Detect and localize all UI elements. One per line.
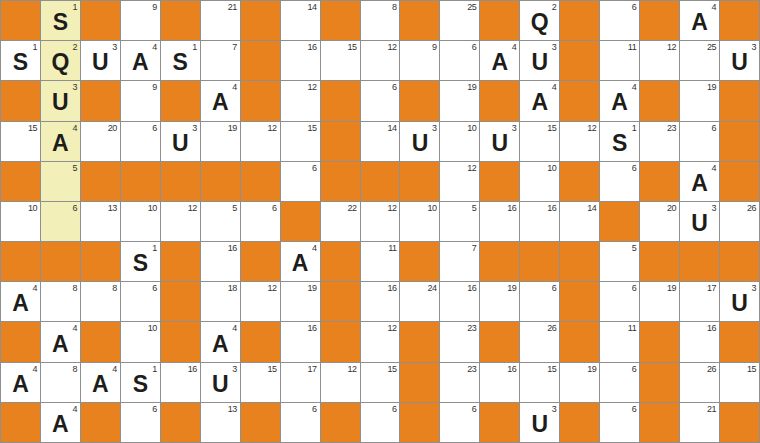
- cell-number: 19: [467, 82, 476, 92]
- cell-number: 13: [108, 203, 117, 213]
- cell-letter: U: [680, 206, 719, 241]
- cell-r2c11[interactable]: 9: [400, 41, 439, 80]
- cell-r6c8: [281, 202, 320, 241]
- cell-r10c7[interactable]: 15: [241, 363, 280, 402]
- cell-letter: A: [480, 45, 519, 80]
- cell-number: 23: [667, 123, 676, 133]
- cell-r1c10[interactable]: 8: [361, 1, 400, 40]
- cell-r2c10[interactable]: 12: [361, 41, 400, 80]
- cell-r5c15: [560, 162, 599, 201]
- cell-r9c8[interactable]: 16: [281, 322, 320, 361]
- cell-number: 16: [308, 323, 317, 333]
- cell-r4c17[interactable]: 23: [640, 122, 679, 161]
- cell-r5c7: [241, 162, 280, 201]
- cell-r2c9[interactable]: 15: [321, 41, 360, 80]
- cell-r10c13[interactable]: 16: [480, 363, 519, 402]
- cell-r8c16[interactable]: 6: [600, 282, 639, 321]
- cell-number: 15: [308, 123, 317, 133]
- cell-r9c4[interactable]: 10: [121, 322, 160, 361]
- cell-r10c4[interactable]: 1S: [121, 363, 160, 402]
- cell-number: 6: [632, 2, 637, 12]
- cell-r2c16[interactable]: 11: [600, 41, 639, 80]
- cell-r8c18[interactable]: 17: [680, 282, 719, 321]
- cell-number: 26: [707, 364, 716, 374]
- cell-number: 12: [667, 42, 676, 52]
- cell-number: 11: [388, 243, 396, 253]
- cell-r9c6[interactable]: 4A: [201, 322, 240, 361]
- cell-r4c10[interactable]: 14: [361, 122, 400, 161]
- cell-number: 11: [628, 42, 636, 52]
- cell-number: 7: [232, 42, 237, 52]
- cell-r9c5: [161, 322, 200, 361]
- cell-r1c13: [480, 1, 519, 40]
- cell-number: 14: [308, 2, 317, 12]
- cell-r8c4[interactable]: 6: [121, 282, 160, 321]
- cell-number: 23: [467, 364, 476, 374]
- cell-r11c3: [81, 403, 120, 442]
- cell-r9c16[interactable]: 11: [600, 322, 639, 361]
- cell-r4c19: [720, 122, 759, 161]
- cell-r2c7: [241, 41, 280, 80]
- cell-r8c17[interactable]: 19: [640, 282, 679, 321]
- cell-r11c15: [560, 403, 599, 442]
- cell-r1c4[interactable]: 9: [121, 1, 160, 40]
- cell-r11c14[interactable]: 3U: [520, 403, 559, 442]
- cell-r5c5: [161, 162, 200, 201]
- cell-r9c18[interactable]: 16: [680, 322, 719, 361]
- cell-r1c17: [640, 1, 679, 40]
- cell-letter: A: [201, 85, 240, 120]
- cell-number: 9: [152, 2, 157, 12]
- cell-r11c16[interactable]: 6: [600, 403, 639, 442]
- cell-number: 8: [72, 364, 77, 374]
- cell-r11c18[interactable]: 21: [680, 403, 719, 442]
- cell-number: 8: [72, 283, 77, 293]
- cell-r5c13: [480, 162, 519, 201]
- cell-r11c19: [720, 403, 759, 442]
- cell-r3c18[interactable]: 19: [680, 81, 719, 120]
- cell-number: 21: [707, 404, 716, 414]
- cell-r6c19[interactable]: 26: [720, 202, 759, 241]
- cell-r9c17: [640, 322, 679, 361]
- cell-r2c18[interactable]: 25: [680, 41, 719, 80]
- cell-number: 19: [308, 283, 317, 293]
- cell-letter: U: [400, 126, 439, 161]
- cell-r5c8[interactable]: 6: [281, 162, 320, 201]
- cell-r6c7[interactable]: 6: [241, 202, 280, 241]
- cell-r7c15: [560, 242, 599, 281]
- cell-r2c14[interactable]: 3U: [520, 41, 559, 80]
- cell-r9c11: [400, 322, 439, 361]
- cell-r8c12[interactable]: 16: [440, 282, 479, 321]
- cell-r8c6[interactable]: 18: [201, 282, 240, 321]
- cell-r10c3[interactable]: 4A: [81, 363, 120, 402]
- cell-r4c9: [321, 122, 360, 161]
- cell-number: 9: [152, 82, 157, 92]
- cell-r7c11: [400, 242, 439, 281]
- cell-letter: A: [600, 85, 639, 120]
- cell-r6c12[interactable]: 5: [440, 202, 479, 241]
- cell-r9c14[interactable]: 26: [520, 322, 559, 361]
- cell-r10c18[interactable]: 26: [680, 363, 719, 402]
- cell-letter: S: [600, 126, 639, 161]
- cell-number: 6: [632, 404, 637, 414]
- cell-r5c10: [361, 162, 400, 201]
- codeword-board: 1S921148252Q64A1S2Q3U4A1S7161512964A3U11…: [0, 0, 760, 443]
- cell-letter: U: [201, 367, 240, 402]
- cell-r6c18[interactable]: 3U: [680, 202, 719, 241]
- cell-r6c14[interactable]: 16: [520, 202, 559, 241]
- cell-r6c15[interactable]: 14: [560, 202, 599, 241]
- cell-r2c1[interactable]: 1S: [1, 41, 40, 80]
- cell-r2c2[interactable]: 2Q: [41, 41, 80, 80]
- cell-r7c6[interactable]: 16: [201, 242, 240, 281]
- cell-number: 15: [747, 364, 756, 374]
- cell-r3c1: [1, 81, 40, 120]
- cell-r2c6[interactable]: 7: [201, 41, 240, 80]
- cell-r10c15[interactable]: 19: [560, 363, 599, 402]
- cell-r7c10[interactable]: 11: [361, 242, 400, 281]
- cell-r4c7[interactable]: 12: [241, 122, 280, 161]
- cell-r4c1[interactable]: 15: [1, 122, 40, 161]
- cell-r7c13: [480, 242, 519, 281]
- cell-number: 15: [387, 364, 396, 374]
- cell-r4c14[interactable]: 15: [520, 122, 559, 161]
- cell-number: 19: [228, 123, 237, 133]
- cell-number: 6: [632, 163, 637, 173]
- cell-r10c19[interactable]: 15: [720, 363, 759, 402]
- cell-r9c3: [81, 322, 120, 361]
- cell-r3c8[interactable]: 12: [281, 81, 320, 120]
- cell-r4c15[interactable]: 12: [560, 122, 599, 161]
- cell-r10c6[interactable]: 3U: [201, 363, 240, 402]
- cell-r1c16[interactable]: 6: [600, 1, 639, 40]
- cell-r6c10[interactable]: 12: [361, 202, 400, 241]
- cell-letter: Q: [41, 45, 80, 80]
- cell-letter: A: [41, 126, 80, 161]
- cell-r11c11: [400, 403, 439, 442]
- cell-r1c14[interactable]: 2Q: [520, 1, 559, 40]
- cell-letter: S: [121, 367, 160, 402]
- cell-number: 13: [228, 404, 237, 414]
- cell-r5c16[interactable]: 6: [600, 162, 639, 201]
- cell-r4c18[interactable]: 6: [680, 122, 719, 161]
- cell-r1c19: [720, 1, 759, 40]
- cell-r4c5[interactable]: 3U: [161, 122, 200, 161]
- cell-letter: U: [161, 126, 200, 161]
- cell-r3c3: [81, 81, 120, 120]
- cell-r6c17[interactable]: 20: [640, 202, 679, 241]
- cell-r1c9: [321, 1, 360, 40]
- cell-r3c11: [400, 81, 439, 120]
- cell-r6c4[interactable]: 10: [121, 202, 160, 241]
- cell-letter: A: [680, 166, 719, 201]
- cell-r8c19[interactable]: 3U: [720, 282, 759, 321]
- cell-r11c2[interactable]: 4A: [41, 403, 80, 442]
- cell-number: 6: [392, 82, 397, 92]
- cell-r9c13: [480, 322, 519, 361]
- cell-number: 10: [547, 163, 556, 173]
- cell-r5c1: [1, 162, 40, 201]
- cell-r4c2[interactable]: 4A: [41, 122, 80, 161]
- cell-r3c13: [480, 81, 519, 120]
- cell-number: 5: [632, 243, 637, 253]
- cell-number: 20: [108, 123, 117, 133]
- cell-r7c5: [161, 242, 200, 281]
- cell-r10c1[interactable]: 4A: [1, 363, 40, 402]
- cell-r4c3[interactable]: 20: [81, 122, 120, 161]
- cell-number: 19: [667, 283, 676, 293]
- cell-number: 10: [148, 323, 157, 333]
- cell-r11c13: [480, 403, 519, 442]
- cell-r5c2[interactable]: 5: [41, 162, 80, 201]
- cell-letter: U: [41, 85, 80, 120]
- cell-r3c12[interactable]: 19: [440, 81, 479, 120]
- cell-r2c17[interactable]: 12: [640, 41, 679, 80]
- cell-r2c4[interactable]: 4A: [121, 41, 160, 80]
- cell-number: 16: [547, 203, 556, 213]
- cell-r3c2[interactable]: 3U: [41, 81, 80, 120]
- cell-r8c10[interactable]: 16: [361, 282, 400, 321]
- cell-r8c11[interactable]: 24: [400, 282, 439, 321]
- cell-r5c3: [81, 162, 120, 201]
- cell-r4c6[interactable]: 19: [201, 122, 240, 161]
- cell-r7c9: [321, 242, 360, 281]
- cell-number: 21: [228, 2, 237, 12]
- cell-number: 12: [387, 323, 396, 333]
- cell-r6c6[interactable]: 5: [201, 202, 240, 241]
- cell-r10c16[interactable]: 6: [600, 363, 639, 402]
- cell-letter: U: [720, 45, 759, 80]
- cell-r10c2[interactable]: 8: [41, 363, 80, 402]
- cell-r2c15: [560, 41, 599, 80]
- cell-number: 6: [632, 283, 637, 293]
- cell-number: 17: [707, 283, 716, 293]
- cell-number: 18: [228, 283, 237, 293]
- cell-letter: S: [121, 246, 160, 281]
- cell-r8c7[interactable]: 12: [241, 282, 280, 321]
- cell-r2c13[interactable]: 4A: [480, 41, 519, 80]
- cell-r9c1: [1, 322, 40, 361]
- cell-r7c19: [720, 242, 759, 281]
- cell-number: 15: [268, 364, 277, 374]
- cell-r1c2[interactable]: 1S: [41, 1, 80, 40]
- cell-number: 7: [472, 243, 477, 253]
- cell-r10c8[interactable]: 17: [281, 363, 320, 402]
- cell-r10c14[interactable]: 15: [520, 363, 559, 402]
- cell-number: 6: [472, 42, 477, 52]
- cell-letter: S: [41, 5, 80, 40]
- cell-r4c8[interactable]: 15: [281, 122, 320, 161]
- cell-r9c12[interactable]: 23: [440, 322, 479, 361]
- cell-number: 6: [312, 404, 317, 414]
- cell-r2c5[interactable]: 1S: [161, 41, 200, 80]
- cell-r8c3[interactable]: 8: [81, 282, 120, 321]
- cell-r11c4[interactable]: 6: [121, 403, 160, 442]
- cell-number: 26: [747, 203, 756, 213]
- cell-r7c4[interactable]: 1S: [121, 242, 160, 281]
- cell-r1c8[interactable]: 14: [281, 1, 320, 40]
- cell-r11c10[interactable]: 6: [361, 403, 400, 442]
- cell-r11c8[interactable]: 6: [281, 403, 320, 442]
- cell-r7c14: [520, 242, 559, 281]
- cell-r5c9: [321, 162, 360, 201]
- cell-number: 20: [667, 203, 676, 213]
- cell-r7c8[interactable]: 4A: [281, 242, 320, 281]
- cell-r8c14[interactable]: 6: [520, 282, 559, 321]
- cell-r11c12[interactable]: 6: [440, 403, 479, 442]
- cell-r11c5: [161, 403, 200, 442]
- cell-number: 16: [507, 364, 516, 374]
- cell-r11c9: [321, 403, 360, 442]
- cell-r5c6: [201, 162, 240, 201]
- cell-number: 6: [152, 283, 157, 293]
- cell-number: 6: [632, 364, 637, 374]
- cell-r3c9: [321, 81, 360, 120]
- cell-r5c14[interactable]: 10: [520, 162, 559, 201]
- cell-r7c12[interactable]: 7: [440, 242, 479, 281]
- cell-number: 24: [427, 283, 436, 293]
- cell-r1c11: [400, 1, 439, 40]
- cell-number: 17: [308, 364, 317, 374]
- cell-r4c12[interactable]: 10: [440, 122, 479, 161]
- cell-number: 9: [432, 42, 437, 52]
- cell-r4c4[interactable]: 6: [121, 122, 160, 161]
- cell-r3c7: [241, 81, 280, 120]
- cell-r8c9: [321, 282, 360, 321]
- cell-letter: A: [41, 326, 80, 361]
- cell-r4c13[interactable]: 3U: [480, 122, 519, 161]
- cell-letter: A: [281, 246, 320, 281]
- cell-number: 16: [387, 283, 396, 293]
- cell-number: 19: [507, 283, 516, 293]
- cell-r2c3[interactable]: 3U: [81, 41, 120, 80]
- cell-r2c8[interactable]: 16: [281, 41, 320, 80]
- cell-r6c5[interactable]: 12: [161, 202, 200, 241]
- cell-number: 12: [268, 283, 277, 293]
- cell-number: 6: [152, 404, 157, 414]
- cell-letter: S: [1, 45, 40, 80]
- cell-r10c10[interactable]: 15: [361, 363, 400, 402]
- cell-number: 8: [112, 283, 117, 293]
- cell-number: 25: [707, 42, 716, 52]
- cell-r9c9: [321, 322, 360, 361]
- cell-r10c5[interactable]: 16: [161, 363, 200, 402]
- cell-r10c9[interactable]: 12: [321, 363, 360, 402]
- cell-r1c3: [81, 1, 120, 40]
- cell-r8c2[interactable]: 8: [41, 282, 80, 321]
- cell-r6c13[interactable]: 16: [480, 202, 519, 241]
- cell-number: 14: [387, 123, 396, 133]
- cell-r7c7: [241, 242, 280, 281]
- cell-r2c19[interactable]: 3U: [720, 41, 759, 80]
- cell-number: 14: [587, 203, 596, 213]
- cell-r5c18[interactable]: 4A: [680, 162, 719, 201]
- cell-r3c4[interactable]: 9: [121, 81, 160, 120]
- cell-r11c6[interactable]: 13: [201, 403, 240, 442]
- cell-number: 15: [28, 123, 37, 133]
- cell-number: 11: [628, 323, 636, 333]
- cell-r11c1: [1, 403, 40, 442]
- cell-number: 15: [547, 123, 556, 133]
- cell-r7c16[interactable]: 5: [600, 242, 639, 281]
- cell-number: 10: [148, 203, 157, 213]
- cell-r8c8[interactable]: 19: [281, 282, 320, 321]
- cell-number: 16: [707, 323, 716, 333]
- cell-letter: A: [41, 407, 80, 442]
- cell-r1c12[interactable]: 25: [440, 1, 479, 40]
- cell-number: 16: [507, 203, 516, 213]
- cell-r3c6[interactable]: 4A: [201, 81, 240, 120]
- cell-number: 16: [308, 42, 317, 52]
- cell-r8c1[interactable]: 4A: [1, 282, 40, 321]
- cell-r7c1: [1, 242, 40, 281]
- cell-r3c5: [161, 81, 200, 120]
- cell-number: 16: [228, 243, 237, 253]
- cell-letter: A: [680, 5, 719, 40]
- cell-number: 10: [28, 203, 37, 213]
- cell-number: 12: [387, 203, 396, 213]
- cell-r8c13[interactable]: 19: [480, 282, 519, 321]
- cell-letter: A: [1, 286, 40, 321]
- cell-r1c6[interactable]: 21: [201, 1, 240, 40]
- cell-letter: A: [520, 85, 559, 120]
- cell-r5c4: [121, 162, 160, 201]
- cell-r9c7: [241, 322, 280, 361]
- cell-number: 5: [72, 163, 77, 173]
- cell-r10c12[interactable]: 23: [440, 363, 479, 402]
- cell-r7c17: [640, 242, 679, 281]
- cell-number: 15: [547, 364, 556, 374]
- cell-r6c9[interactable]: 22: [321, 202, 360, 241]
- cell-r1c18[interactable]: 4A: [680, 1, 719, 40]
- cell-number: 12: [268, 123, 277, 133]
- cell-r3c15: [560, 81, 599, 120]
- cell-letter: Q: [520, 5, 559, 40]
- cell-r9c2[interactable]: 4A: [41, 322, 80, 361]
- cell-number: 8: [392, 2, 397, 12]
- cell-number: 12: [308, 82, 317, 92]
- cell-number: 10: [467, 123, 476, 133]
- cell-letter: U: [520, 45, 559, 80]
- cell-r4c16[interactable]: 1S: [600, 122, 639, 161]
- cell-number: 5: [472, 203, 477, 213]
- cell-r9c19: [720, 322, 759, 361]
- cell-r8c5: [161, 282, 200, 321]
- cell-number: 12: [587, 123, 596, 133]
- cell-r6c3[interactable]: 13: [81, 202, 120, 241]
- cell-letter: U: [520, 407, 559, 442]
- cell-number: 25: [467, 2, 476, 12]
- cell-r5c12[interactable]: 12: [440, 162, 479, 201]
- cell-r4c11[interactable]: 3U: [400, 122, 439, 161]
- cell-r3c10[interactable]: 6: [361, 81, 400, 120]
- cell-letter: U: [81, 45, 120, 80]
- cell-r6c16: [600, 202, 639, 241]
- cell-number: 12: [188, 203, 197, 213]
- cell-number: 15: [348, 42, 357, 52]
- cell-r2c12[interactable]: 6: [440, 41, 479, 80]
- cell-r6c11[interactable]: 10: [400, 202, 439, 241]
- cell-r3c16[interactable]: 4A: [600, 81, 639, 120]
- cell-r11c7: [241, 403, 280, 442]
- cell-r6c1[interactable]: 10: [1, 202, 40, 241]
- cell-r10c11: [400, 363, 439, 402]
- cell-r6c2[interactable]: 6: [41, 202, 80, 241]
- cell-r3c14[interactable]: 4A: [520, 81, 559, 120]
- cell-r9c10[interactable]: 12: [361, 322, 400, 361]
- cell-r5c19: [720, 162, 759, 201]
